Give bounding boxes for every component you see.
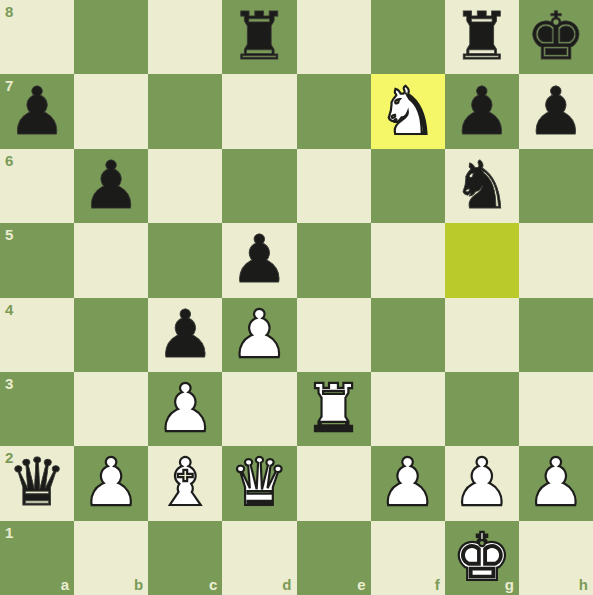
piece-black-queen[interactable]: ♛	[7, 446, 66, 520]
square-g1[interactable]: g♚	[445, 521, 519, 595]
piece-black-pawn[interactable]: ♟	[526, 75, 585, 149]
square-f1[interactable]: f	[371, 521, 445, 595]
square-e3[interactable]: ♜	[297, 372, 371, 446]
square-a5[interactable]: 5	[0, 223, 74, 297]
square-d6[interactable]	[222, 149, 296, 223]
square-c1[interactable]: c	[148, 521, 222, 595]
square-h2[interactable]: ♟	[519, 446, 593, 520]
file-label-a: a	[61, 577, 69, 592]
square-h6[interactable]	[519, 149, 593, 223]
piece-black-pawn[interactable]: ♟	[7, 75, 66, 149]
piece-white-pawn[interactable]: ♟	[452, 446, 511, 520]
piece-black-pawn[interactable]: ♟	[82, 149, 141, 223]
square-a1[interactable]: 1a	[0, 521, 74, 595]
square-a4[interactable]: 4	[0, 298, 74, 372]
rank-label-8: 8	[5, 4, 13, 19]
square-e8[interactable]	[297, 0, 371, 74]
rank-label-4: 4	[5, 302, 13, 317]
square-h7[interactable]: ♟	[519, 74, 593, 148]
piece-black-king[interactable]: ♚	[526, 0, 585, 74]
chess-board: 8♜♜♚7♟♞♟♟6♟♞5♟4♟♟3♟♜2♛♟♝♛♟♟♟1abcdefg♚h	[0, 0, 593, 595]
square-d4[interactable]: ♟	[222, 298, 296, 372]
square-d1[interactable]: d	[222, 521, 296, 595]
square-b1[interactable]: b	[74, 521, 148, 595]
square-b7[interactable]	[74, 74, 148, 148]
piece-black-pawn[interactable]: ♟	[452, 75, 511, 149]
file-label-d: d	[282, 577, 291, 592]
square-b8[interactable]	[74, 0, 148, 74]
square-h3[interactable]	[519, 372, 593, 446]
file-label-b: b	[134, 577, 143, 592]
square-h1[interactable]: h	[519, 521, 593, 595]
square-a2[interactable]: 2♛	[0, 446, 74, 520]
square-c4[interactable]: ♟	[148, 298, 222, 372]
piece-white-knight[interactable]: ♞	[378, 75, 437, 149]
piece-black-knight[interactable]: ♞	[452, 149, 511, 223]
piece-white-pawn[interactable]: ♟	[526, 446, 585, 520]
square-c2[interactable]: ♝	[148, 446, 222, 520]
file-label-e: e	[357, 577, 365, 592]
piece-black-pawn[interactable]: ♟	[230, 223, 289, 297]
square-f6[interactable]	[371, 149, 445, 223]
square-e1[interactable]: e	[297, 521, 371, 595]
piece-white-king[interactable]: ♚	[452, 521, 511, 595]
square-f5[interactable]	[371, 223, 445, 297]
piece-white-pawn[interactable]: ♟	[230, 298, 289, 372]
square-a7[interactable]: 7♟	[0, 74, 74, 148]
square-c8[interactable]	[148, 0, 222, 74]
square-e4[interactable]	[297, 298, 371, 372]
square-h5[interactable]	[519, 223, 593, 297]
piece-white-pawn[interactable]: ♟	[82, 446, 141, 520]
square-f8[interactable]	[371, 0, 445, 74]
square-c3[interactable]: ♟	[148, 372, 222, 446]
square-e7[interactable]	[297, 74, 371, 148]
square-b3[interactable]	[74, 372, 148, 446]
square-c6[interactable]	[148, 149, 222, 223]
piece-white-bishop[interactable]: ♝	[156, 446, 215, 520]
file-label-c: c	[209, 577, 217, 592]
piece-black-pawn[interactable]: ♟	[156, 298, 215, 372]
square-f4[interactable]	[371, 298, 445, 372]
square-b5[interactable]	[74, 223, 148, 297]
square-g5[interactable]	[445, 223, 519, 297]
square-e6[interactable]	[297, 149, 371, 223]
rank-label-5: 5	[5, 227, 13, 242]
square-a6[interactable]: 6	[0, 149, 74, 223]
rank-label-6: 6	[5, 153, 13, 168]
square-d8[interactable]: ♜	[222, 0, 296, 74]
square-f2[interactable]: ♟	[371, 446, 445, 520]
square-b6[interactable]: ♟	[74, 149, 148, 223]
square-b4[interactable]	[74, 298, 148, 372]
square-h4[interactable]	[519, 298, 593, 372]
square-f7[interactable]: ♞	[371, 74, 445, 148]
square-e5[interactable]	[297, 223, 371, 297]
square-d5[interactable]: ♟	[222, 223, 296, 297]
piece-black-rook[interactable]: ♜	[230, 0, 289, 74]
rank-label-1: 1	[5, 525, 13, 540]
file-label-h: h	[579, 577, 588, 592]
square-c7[interactable]	[148, 74, 222, 148]
piece-white-pawn[interactable]: ♟	[378, 446, 437, 520]
square-d3[interactable]	[222, 372, 296, 446]
piece-black-rook[interactable]: ♜	[452, 0, 511, 74]
square-d7[interactable]	[222, 74, 296, 148]
square-g4[interactable]	[445, 298, 519, 372]
square-f3[interactable]	[371, 372, 445, 446]
square-g2[interactable]: ♟	[445, 446, 519, 520]
square-g3[interactable]	[445, 372, 519, 446]
square-c5[interactable]	[148, 223, 222, 297]
square-d2[interactable]: ♛	[222, 446, 296, 520]
square-b2[interactable]: ♟	[74, 446, 148, 520]
square-h8[interactable]: ♚	[519, 0, 593, 74]
square-a3[interactable]: 3	[0, 372, 74, 446]
square-g8[interactable]: ♜	[445, 0, 519, 74]
square-a8[interactable]: 8	[0, 0, 74, 74]
square-g6[interactable]: ♞	[445, 149, 519, 223]
file-label-f: f	[435, 577, 440, 592]
square-g7[interactable]: ♟	[445, 74, 519, 148]
piece-white-queen[interactable]: ♛	[230, 446, 289, 520]
square-e2[interactable]	[297, 446, 371, 520]
rank-label-3: 3	[5, 376, 13, 391]
piece-white-pawn[interactable]: ♟	[156, 372, 215, 446]
piece-white-rook[interactable]: ♜	[304, 372, 363, 446]
